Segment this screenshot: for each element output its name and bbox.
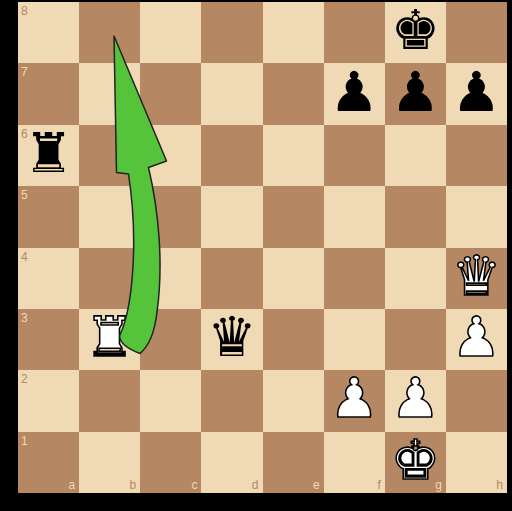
square-c4[interactable] xyxy=(140,248,201,309)
square-c2[interactable] xyxy=(140,370,201,431)
rank-label-7: 7 xyxy=(21,66,28,78)
square-d2[interactable] xyxy=(201,370,262,431)
square-h7[interactable]: ♟ xyxy=(446,63,507,124)
piece-white-queen[interactable]: ♛ xyxy=(452,249,501,304)
square-f4[interactable] xyxy=(324,248,385,309)
square-g2[interactable]: ♟ xyxy=(385,370,446,431)
square-e1[interactable]: e xyxy=(263,432,324,493)
square-d4[interactable] xyxy=(201,248,262,309)
square-a6[interactable]: ♜6 xyxy=(18,125,79,186)
square-h4[interactable]: ♛ xyxy=(446,248,507,309)
square-c7[interactable] xyxy=(140,63,201,124)
piece-white-king[interactable]: ♚ xyxy=(391,433,440,488)
rank-label-2: 2 xyxy=(21,373,28,385)
square-g8[interactable]: ♚ xyxy=(385,2,446,63)
file-label-a: a xyxy=(68,479,75,491)
rank-label-4: 4 xyxy=(21,251,28,263)
square-h1[interactable]: h xyxy=(446,432,507,493)
square-d7[interactable] xyxy=(201,63,262,124)
square-b6[interactable] xyxy=(79,125,140,186)
square-a3[interactable]: 3 xyxy=(18,309,79,370)
rank-label-3: 3 xyxy=(21,312,28,324)
square-a2[interactable]: 2 xyxy=(18,370,79,431)
piece-black-pawn[interactable]: ♟ xyxy=(330,65,379,120)
square-e4[interactable] xyxy=(263,248,324,309)
square-g4[interactable] xyxy=(385,248,446,309)
rank-label-1: 1 xyxy=(21,435,28,447)
square-g3[interactable] xyxy=(385,309,446,370)
piece-white-pawn[interactable]: ♟ xyxy=(452,310,501,365)
square-e8[interactable] xyxy=(263,2,324,63)
piece-black-queen[interactable]: ♛ xyxy=(207,310,256,365)
square-e7[interactable] xyxy=(263,63,324,124)
square-d5[interactable] xyxy=(201,186,262,247)
square-b4[interactable] xyxy=(79,248,140,309)
file-label-f: f xyxy=(377,479,380,491)
file-label-g: g xyxy=(435,479,442,491)
piece-white-rook[interactable]: ♜ xyxy=(85,310,134,365)
rank-label-8: 8 xyxy=(21,5,28,17)
square-b5[interactable] xyxy=(79,186,140,247)
square-c1[interactable]: c xyxy=(140,432,201,493)
square-f8[interactable] xyxy=(324,2,385,63)
piece-white-pawn[interactable]: ♟ xyxy=(391,371,440,426)
square-f7[interactable]: ♟ xyxy=(324,63,385,124)
square-b7[interactable] xyxy=(79,63,140,124)
file-label-d: d xyxy=(252,479,259,491)
square-a4[interactable]: 4 xyxy=(18,248,79,309)
square-e2[interactable] xyxy=(263,370,324,431)
file-label-c: c xyxy=(191,479,197,491)
square-c6[interactable] xyxy=(140,125,201,186)
square-a1[interactable]: 1a xyxy=(18,432,79,493)
square-d8[interactable] xyxy=(201,2,262,63)
square-d1[interactable]: d xyxy=(201,432,262,493)
square-e3[interactable] xyxy=(263,309,324,370)
piece-white-pawn[interactable]: ♟ xyxy=(330,371,379,426)
rank-label-6: 6 xyxy=(21,128,28,140)
square-f3[interactable] xyxy=(324,309,385,370)
square-h2[interactable] xyxy=(446,370,507,431)
square-a7[interactable]: 7 xyxy=(18,63,79,124)
file-label-e: e xyxy=(313,479,320,491)
square-e6[interactable] xyxy=(263,125,324,186)
rank-label-5: 5 xyxy=(21,189,28,201)
square-a5[interactable]: 5 xyxy=(18,186,79,247)
square-g5[interactable] xyxy=(385,186,446,247)
piece-black-rook[interactable]: ♜ xyxy=(24,126,73,181)
square-h8[interactable] xyxy=(446,2,507,63)
square-h5[interactable] xyxy=(446,186,507,247)
square-b2[interactable] xyxy=(79,370,140,431)
square-b8[interactable] xyxy=(79,2,140,63)
square-f6[interactable] xyxy=(324,125,385,186)
piece-black-pawn[interactable]: ♟ xyxy=(452,65,501,120)
piece-black-pawn[interactable]: ♟ xyxy=(391,65,440,120)
piece-black-king[interactable]: ♚ xyxy=(391,3,440,58)
file-label-b: b xyxy=(130,479,137,491)
square-b1[interactable]: b xyxy=(79,432,140,493)
chess-board: 8♚7♟♟♟♜654♛3♜♛♟2♟♟1abcdef♚gh xyxy=(18,2,507,493)
square-a8[interactable]: 8 xyxy=(18,2,79,63)
square-c3[interactable] xyxy=(140,309,201,370)
square-h6[interactable] xyxy=(446,125,507,186)
square-f2[interactable]: ♟ xyxy=(324,370,385,431)
square-f1[interactable]: f xyxy=(324,432,385,493)
square-b3[interactable]: ♜ xyxy=(79,309,140,370)
file-label-h: h xyxy=(496,479,503,491)
square-d6[interactable] xyxy=(201,125,262,186)
square-g7[interactable]: ♟ xyxy=(385,63,446,124)
square-h3[interactable]: ♟ xyxy=(446,309,507,370)
square-f5[interactable] xyxy=(324,186,385,247)
square-g6[interactable] xyxy=(385,125,446,186)
square-c5[interactable] xyxy=(140,186,201,247)
square-c8[interactable] xyxy=(140,2,201,63)
square-e5[interactable] xyxy=(263,186,324,247)
square-d3[interactable]: ♛ xyxy=(201,309,262,370)
square-g1[interactable]: ♚g xyxy=(385,432,446,493)
